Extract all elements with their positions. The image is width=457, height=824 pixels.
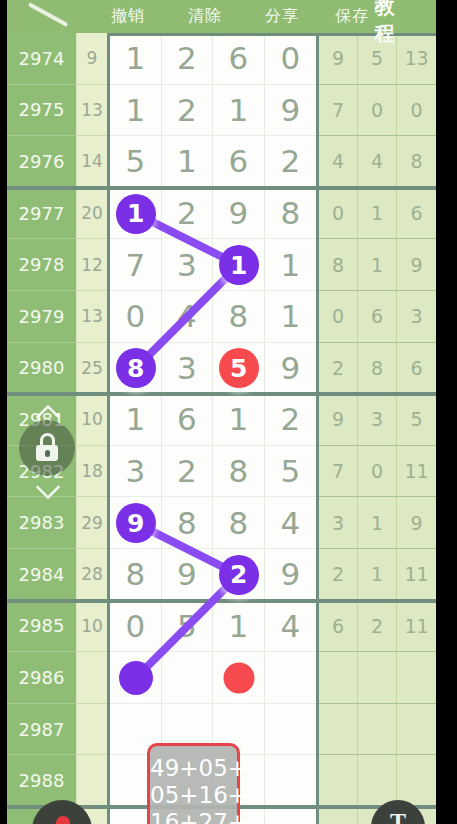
digit-cell[interactable]: 9	[265, 549, 317, 601]
extra-cell	[319, 652, 358, 704]
digit-cell[interactable]: 8	[213, 446, 265, 498]
extra-cell: 3	[397, 291, 436, 343]
digit-cell[interactable]: 8	[162, 497, 214, 549]
period-cell: 2987	[7, 704, 76, 756]
digit-cell[interactable]: 8	[213, 497, 265, 549]
extra-cell: 4	[319, 136, 358, 188]
digit-cell[interactable]: 4	[265, 497, 317, 549]
table-row: 29851005146211	[7, 601, 436, 653]
sum-cell: 18	[76, 446, 107, 498]
extra-cell	[397, 755, 436, 807]
digit-cell[interactable]: 5	[162, 601, 214, 653]
digit-cell[interactable]: 3	[162, 343, 214, 395]
period-cell: 2986	[7, 652, 76, 704]
sum-cell: 25	[76, 343, 107, 395]
save-button[interactable]: 保存	[335, 6, 369, 27]
extra-cell: 11	[397, 446, 436, 498]
extra-cell: 7	[319, 85, 358, 137]
note-line: 16+27+	[150, 809, 237, 824]
extra-cell: 11	[397, 601, 436, 653]
note-line: 49+05+	[150, 755, 237, 782]
mark-circle-purple[interactable]: 8	[116, 348, 156, 388]
extra-cell: 1	[358, 239, 397, 291]
mark-circle-purple[interactable]: 2	[219, 555, 259, 595]
digit-cell[interactable]: 8	[213, 291, 265, 343]
clear-button[interactable]: 清除	[188, 6, 222, 27]
digit-cell[interactable]: 7	[110, 239, 162, 291]
extra-cell	[319, 704, 358, 756]
digit-cell[interactable]	[265, 807, 317, 824]
period-cell: 2980	[7, 343, 76, 395]
extra-cell: 1	[358, 188, 397, 240]
extra-cell: 3	[319, 497, 358, 549]
digit-cell[interactable]: 1	[213, 85, 265, 137]
digit-cell[interactable]: 9	[265, 85, 317, 137]
extra-cell: 0	[358, 446, 397, 498]
digit-cell[interactable]: 1	[213, 394, 265, 446]
sum-cell: 12	[76, 239, 107, 291]
sum-cell: 13	[76, 85, 107, 137]
digit-cell[interactable]: 1	[162, 136, 214, 188]
extra-cell	[319, 807, 358, 824]
table-row: 2976145162448	[7, 136, 436, 188]
sum-cell: 20	[76, 188, 107, 240]
extra-cell: 5	[397, 394, 436, 446]
extra-cell: 8	[358, 343, 397, 395]
back-icon[interactable]	[28, 2, 68, 26]
digit-cell[interactable]: 4	[265, 601, 317, 653]
digit-cell[interactable]: 2	[265, 394, 317, 446]
extra-cell: 9	[319, 33, 358, 85]
digit-cell[interactable]: 1	[110, 33, 162, 85]
extra-cell: 9	[397, 239, 436, 291]
lock-keyhole	[45, 450, 50, 457]
extra-cell	[358, 755, 397, 807]
table-row: 2986	[7, 652, 436, 704]
digit-cell[interactable]: 6	[213, 33, 265, 85]
sum-cell: 9	[76, 33, 107, 85]
digit-cell[interactable]: 8	[110, 549, 162, 601]
group-separator	[7, 392, 436, 396]
period-cell: 2985	[7, 601, 76, 653]
mark-dot-purple[interactable]	[119, 661, 153, 695]
extra-cell: 8	[397, 136, 436, 188]
sum-cell: 10	[76, 601, 107, 653]
sum-cell: 13	[76, 291, 107, 343]
sum-cell: 14	[76, 136, 107, 188]
table-row: 2975131219700	[7, 85, 436, 137]
extra-cell: 9	[397, 497, 436, 549]
sum-cell: 29	[76, 497, 107, 549]
extra-cell: 6	[397, 343, 436, 395]
extra-cell: 1	[358, 497, 397, 549]
digit-cell[interactable]: 9	[213, 188, 265, 240]
table-row: 2977201298016	[7, 188, 436, 240]
sum-cell: 28	[76, 549, 107, 601]
period-cell: 2979	[7, 291, 76, 343]
extra-cell	[358, 652, 397, 704]
extra-cell	[397, 652, 436, 704]
digit-cell[interactable]: 2	[265, 136, 317, 188]
digit-cell[interactable]: 5	[110, 136, 162, 188]
digit-cell[interactable]: 0	[265, 33, 317, 85]
digit-cell[interactable]: 2	[162, 188, 214, 240]
extra-cell	[358, 704, 397, 756]
undo-button[interactable]: 撤销	[111, 6, 145, 27]
extra-cell: 0	[358, 85, 397, 137]
digit-cell[interactable]: 5	[265, 446, 317, 498]
digit-cell[interactable]: 3	[162, 239, 214, 291]
digit-cell[interactable]: 2	[162, 85, 214, 137]
digit-cell[interactable]: 9	[265, 343, 317, 395]
sum-cell	[76, 652, 107, 704]
digit-cell[interactable]: 6	[162, 394, 214, 446]
digit-cell[interactable]: 0	[110, 601, 162, 653]
digit-cell[interactable]	[265, 755, 317, 807]
digit-cell[interactable]: 6	[213, 136, 265, 188]
extra-cell: 6	[397, 188, 436, 240]
extra-cell: 6	[358, 291, 397, 343]
sum-cell	[76, 704, 107, 756]
period-cell: 2988	[7, 755, 76, 807]
text-tool-icon: T	[390, 808, 406, 824]
extra-cell: 11	[397, 549, 436, 601]
sum-cell: 10	[76, 394, 107, 446]
period-cell: 2978	[7, 239, 76, 291]
period-cell: 2975	[7, 85, 76, 137]
extra-cell: 1	[358, 549, 397, 601]
digit-cell[interactable]: 1	[110, 85, 162, 137]
table-row: 2974912609513	[7, 33, 436, 85]
table-row: 2979130481063	[7, 291, 436, 343]
extra-cell: 4	[358, 136, 397, 188]
extra-cell	[319, 755, 358, 807]
extra-cell: 0	[397, 85, 436, 137]
digit-cell[interactable]: 1	[213, 601, 265, 653]
digit-cell[interactable]: 1	[110, 394, 162, 446]
digit-cell[interactable]: 8	[265, 188, 317, 240]
note-line: 05+16+	[150, 782, 237, 809]
period-cell: 2984	[7, 549, 76, 601]
digit-cell[interactable]: 9	[162, 549, 214, 601]
digit-cell[interactable]: 1	[265, 239, 317, 291]
digit-cell[interactable]: 2	[162, 446, 214, 498]
digit-cell[interactable]	[265, 704, 317, 756]
group-separator	[7, 599, 436, 603]
extra-cell: 2	[319, 343, 358, 395]
digit-cell[interactable]	[162, 652, 214, 704]
digit-cell[interactable]: 3	[110, 446, 162, 498]
tutorial-button[interactable]: 教程	[375, 0, 416, 47]
mark-circle-purple[interactable]: 9	[116, 503, 156, 543]
screen: 撤销 清除 分享 保存 教程 2974912609513297513121970…	[0, 0, 457, 824]
toolbar: 撤销 清除 分享 保存 教程	[7, 0, 436, 33]
digit-cell[interactable]: 2	[162, 33, 214, 85]
period-cell: 2976	[7, 136, 76, 188]
share-button[interactable]: 分享	[265, 6, 299, 27]
extra-cell: 9	[319, 394, 358, 446]
sum-cell	[76, 755, 107, 807]
digit-cell[interactable]: 4	[162, 291, 214, 343]
pen-tool-icon	[56, 816, 70, 824]
extra-cell: 6	[319, 601, 358, 653]
app-window: 撤销 清除 分享 保存 教程 2974912609513297513121970…	[7, 0, 436, 824]
mark-dot-red[interactable]	[223, 663, 254, 694]
period-cell: 2977	[7, 188, 76, 240]
trend-table: 2974912609513297513121970029761451624482…	[7, 33, 436, 824]
period-cell: 2983	[7, 497, 76, 549]
group-separator	[7, 186, 436, 190]
table-row: 2983299884319	[7, 497, 436, 549]
annotation-note[interactable]: 49+05+ 05+16+ 16+27+	[147, 743, 240, 824]
extra-cell	[397, 704, 436, 756]
extra-cell: 3	[358, 394, 397, 446]
extra-cell: 8	[319, 239, 358, 291]
digit-cell[interactable]	[265, 652, 317, 704]
extra-cell: 2	[358, 601, 397, 653]
digit-cell[interactable]: 0	[110, 291, 162, 343]
mark-circle-red[interactable]: 5	[219, 348, 259, 388]
extra-cell: 7	[319, 446, 358, 498]
extra-cell: 2	[319, 549, 358, 601]
period-cell: 2974	[7, 33, 76, 85]
extra-cell: 0	[319, 188, 358, 240]
digit-cell[interactable]: 1	[265, 291, 317, 343]
extra-cell: 0	[319, 291, 358, 343]
mark-circle-purple[interactable]: 1	[116, 194, 156, 234]
mark-circle-purple[interactable]: 1	[219, 245, 259, 285]
